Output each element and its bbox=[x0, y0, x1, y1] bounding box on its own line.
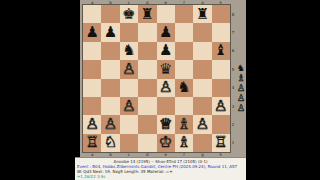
square-f3[interactable] bbox=[175, 97, 193, 115]
square-g1[interactable] bbox=[193, 134, 211, 152]
square-h6[interactable]: ♝ bbox=[212, 42, 230, 60]
square-c3[interactable]: ♙ bbox=[120, 97, 138, 115]
square-b6[interactable] bbox=[101, 42, 119, 60]
square-g6[interactable] bbox=[193, 42, 211, 60]
square-c1[interactable] bbox=[120, 134, 138, 152]
square-e3[interactable] bbox=[157, 97, 175, 115]
square-d3[interactable] bbox=[138, 97, 156, 115]
square-a8[interactable] bbox=[83, 5, 101, 23]
game-info-caption: Anosike 14 (2195) -- Shov-Efird 17 (2105… bbox=[75, 157, 246, 180]
square-b8[interactable] bbox=[101, 5, 119, 23]
square-a6[interactable] bbox=[83, 42, 101, 60]
square-g7[interactable] bbox=[193, 23, 211, 41]
chessboard-panel: abcdefgh ♚♜♜♟♟♟♞♟♝♙♛♙♞♙♙♙♙♕♗♙♖♘♔♗♖ 87654… bbox=[80, 0, 246, 158]
black-piece-p: ♟ bbox=[104, 25, 117, 40]
black-piece-n: ♞ bbox=[177, 80, 190, 95]
white-piece-p: ♙ bbox=[122, 62, 135, 77]
white-piece-p: ♙ bbox=[159, 80, 172, 95]
square-g4[interactable] bbox=[193, 79, 211, 97]
square-e4[interactable]: ♙ bbox=[157, 79, 175, 97]
square-e8[interactable] bbox=[157, 5, 175, 23]
square-h8[interactable] bbox=[212, 5, 230, 23]
square-b4[interactable] bbox=[101, 79, 119, 97]
black-piece-b: ♝ bbox=[214, 43, 227, 58]
white-piece-p: ♙ bbox=[85, 117, 98, 132]
square-c7[interactable] bbox=[120, 23, 138, 41]
square-d4[interactable] bbox=[138, 79, 156, 97]
white-piece-n: ♘ bbox=[104, 135, 117, 150]
square-b7[interactable]: ♟ bbox=[101, 23, 119, 41]
square-d8[interactable]: ♜ bbox=[138, 5, 156, 23]
rank-label-1: 1 bbox=[230, 134, 236, 152]
white-piece-r: ♖ bbox=[214, 135, 227, 150]
captured-white-p: ♙ bbox=[237, 83, 245, 93]
black-piece-p: ♟ bbox=[85, 25, 98, 40]
square-d5[interactable] bbox=[138, 60, 156, 78]
rank-label-2: 2 bbox=[230, 115, 236, 133]
white-piece-p: ♙ bbox=[122, 99, 135, 114]
square-e6[interactable]: ♟ bbox=[157, 42, 175, 60]
black-piece-p: ♟ bbox=[159, 25, 172, 40]
black-piece-p: ♟ bbox=[159, 43, 172, 58]
white-piece-p: ♙ bbox=[214, 99, 227, 114]
square-a7[interactable]: ♟ bbox=[83, 23, 101, 41]
square-f8[interactable] bbox=[175, 5, 193, 23]
square-a5[interactable] bbox=[83, 60, 101, 78]
rank-label-7: 7 bbox=[230, 23, 236, 41]
square-h5[interactable] bbox=[212, 60, 230, 78]
black-piece-n: ♞ bbox=[122, 43, 135, 58]
square-e7[interactable]: ♟ bbox=[157, 23, 175, 41]
square-b5[interactable] bbox=[101, 60, 119, 78]
black-piece-k: ♚ bbox=[122, 7, 135, 22]
captured-white-b: ♗ bbox=[237, 73, 245, 83]
rank-label-6: 6 bbox=[230, 42, 236, 60]
square-h1[interactable]: ♖ bbox=[212, 134, 230, 152]
square-a1[interactable]: ♖ bbox=[83, 134, 101, 152]
rank-label-8: 8 bbox=[230, 5, 236, 23]
white-piece-r: ♖ bbox=[85, 135, 98, 150]
white-piece-k: ♔ bbox=[159, 135, 172, 150]
black-piece-q: ♛ bbox=[159, 62, 172, 77]
square-f2[interactable]: ♗ bbox=[175, 115, 193, 133]
square-e2[interactable]: ♕ bbox=[157, 115, 175, 133]
square-b3[interactable] bbox=[101, 97, 119, 115]
captured-white-p: ♙ bbox=[237, 103, 245, 113]
square-d2[interactable] bbox=[138, 115, 156, 133]
square-c8[interactable]: ♚ bbox=[120, 5, 138, 23]
square-g3[interactable] bbox=[193, 97, 211, 115]
captured-pieces-tray: ♞♗♙♙♙ bbox=[236, 63, 246, 113]
engine-eval-line: +1.26/22 3.9s bbox=[75, 174, 246, 179]
square-h3[interactable]: ♙ bbox=[212, 97, 230, 115]
square-a4[interactable] bbox=[83, 79, 101, 97]
square-h2[interactable] bbox=[212, 115, 230, 133]
square-f7[interactable] bbox=[175, 23, 193, 41]
white-piece-b: ♗ bbox=[177, 117, 190, 132]
square-f5[interactable] bbox=[175, 60, 193, 78]
square-e5[interactable]: ♛ bbox=[157, 60, 175, 78]
square-c5[interactable]: ♙ bbox=[120, 60, 138, 78]
captured-white-p: ♙ bbox=[237, 93, 245, 103]
chess-board: ♚♜♜♟♟♟♞♟♝♙♛♙♞♙♙♙♙♕♗♙♖♘♔♗♖ bbox=[83, 5, 230, 152]
square-a3[interactable] bbox=[83, 97, 101, 115]
square-f4[interactable]: ♞ bbox=[175, 79, 193, 97]
square-b1[interactable]: ♘ bbox=[101, 134, 119, 152]
square-e1[interactable]: ♔ bbox=[157, 134, 175, 152]
square-g2[interactable]: ♙ bbox=[193, 115, 211, 133]
square-d7[interactable] bbox=[138, 23, 156, 41]
black-piece-r: ♜ bbox=[141, 7, 154, 22]
video-frame: abcdefgh ♚♜♜♟♟♟♞♟♝♙♛♙♞♙♙♙♙♕♗♙♖♘♔♗♖ 87654… bbox=[0, 0, 320, 180]
white-piece-p: ♙ bbox=[104, 117, 117, 132]
square-h7[interactable] bbox=[212, 23, 230, 41]
white-piece-b: ♗ bbox=[177, 135, 190, 150]
square-g8[interactable]: ♜ bbox=[193, 5, 211, 23]
square-f1[interactable]: ♗ bbox=[175, 134, 193, 152]
square-a2[interactable]: ♙ bbox=[83, 115, 101, 133]
square-c2[interactable] bbox=[120, 115, 138, 133]
white-piece-p: ♙ bbox=[196, 117, 209, 132]
square-c4[interactable] bbox=[120, 79, 138, 97]
black-piece-r: ♜ bbox=[196, 7, 209, 22]
white-piece-q: ♕ bbox=[159, 117, 172, 132]
square-d6[interactable] bbox=[138, 42, 156, 60]
square-f6[interactable] bbox=[175, 42, 193, 60]
square-b2[interactable]: ♙ bbox=[101, 115, 119, 133]
square-h4[interactable] bbox=[212, 79, 230, 97]
square-c6[interactable]: ♞ bbox=[120, 42, 138, 60]
square-d1[interactable] bbox=[138, 134, 156, 152]
square-g5[interactable] bbox=[193, 60, 211, 78]
captured-black-n: ♞ bbox=[237, 63, 245, 73]
